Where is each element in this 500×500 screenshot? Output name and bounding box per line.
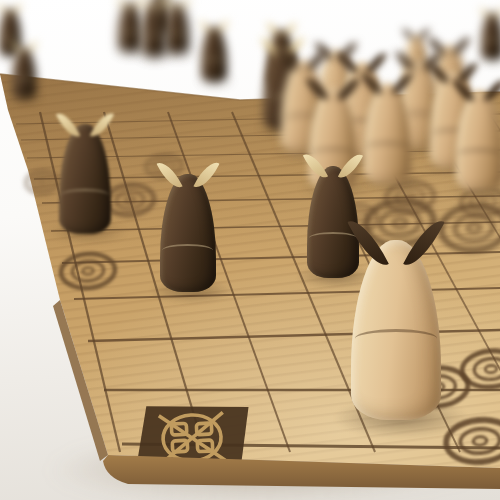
- piece-groove: [13, 77, 35, 84]
- piece-body: [364, 83, 411, 183]
- piece-groove: [365, 142, 408, 153]
- piece-body: [118, 2, 142, 52]
- piece-body: [142, 4, 167, 57]
- horn-icon: [284, 21, 297, 38]
- piece-groove: [143, 34, 166, 41]
- piece-body: [351, 240, 441, 420]
- pieces-layer: [0, 0, 500, 500]
- horn-icon: [366, 48, 387, 76]
- piece-body: [481, 12, 500, 60]
- horn-icon: [12, 1, 23, 15]
- attacker-piece[interactable]: [201, 26, 227, 82]
- piece-groove: [311, 148, 355, 159]
- horn-icon: [193, 157, 219, 191]
- horn-icon: [403, 214, 444, 272]
- horn-icon: [56, 109, 81, 141]
- piece-body: [12, 47, 36, 99]
- attacker-piece[interactable]: [160, 174, 215, 292]
- king-piece[interactable]: [351, 240, 441, 420]
- piece-groove: [202, 58, 226, 65]
- piece-groove: [166, 32, 188, 39]
- attacker-piece[interactable]: [59, 124, 111, 234]
- piece-groove: [61, 189, 109, 201]
- piece-groove: [309, 232, 357, 244]
- piece-body: [456, 90, 500, 190]
- piece-groove: [482, 39, 500, 45]
- piece-groove: [457, 149, 500, 160]
- attacker-piece[interactable]: [118, 2, 142, 52]
- horn-icon: [216, 18, 228, 34]
- horn-icon: [90, 109, 115, 141]
- piece-body: [160, 174, 215, 292]
- piece-body: [201, 26, 227, 82]
- horn-icon: [452, 34, 470, 57]
- horn-icon: [26, 40, 38, 55]
- hnefatafl-photo-scene: [0, 0, 500, 500]
- attacker-piece[interactable]: [12, 47, 36, 99]
- horn-icon: [157, 157, 183, 191]
- attacker-piece[interactable]: [165, 3, 189, 54]
- piece-groove: [119, 31, 141, 38]
- defender-piece[interactable]: [456, 90, 500, 190]
- defender-piece[interactable]: [364, 83, 411, 183]
- piece-groove: [355, 329, 438, 348]
- piece-groove: [162, 244, 213, 257]
- attacker-piece[interactable]: [481, 12, 500, 60]
- attacker-piece[interactable]: [142, 4, 167, 57]
- piece-body: [59, 124, 111, 234]
- piece-body: [165, 3, 189, 54]
- horn-icon: [347, 214, 388, 272]
